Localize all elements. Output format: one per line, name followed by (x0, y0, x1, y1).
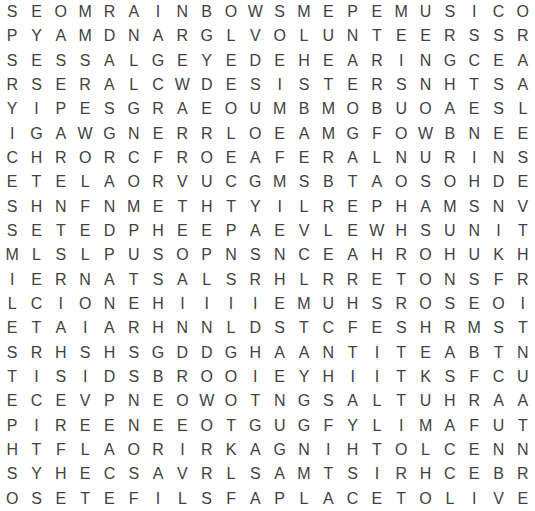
grid-cell[interactable]: S (340, 462, 364, 486)
grid-cell[interactable]: O (413, 243, 437, 267)
grid-cell[interactable]: I (268, 73, 292, 97)
grid-cell[interactable]: S (24, 487, 48, 511)
grid-cell[interactable]: S (195, 487, 219, 511)
grid-cell[interactable]: U (438, 219, 462, 243)
grid-cell[interactable]: A (340, 49, 364, 73)
grid-cell[interactable]: K (413, 365, 437, 389)
grid-cell[interactable]: R (97, 146, 121, 170)
grid-cell[interactable]: E (146, 414, 170, 438)
grid-cell[interactable]: E (486, 49, 510, 73)
grid-cell[interactable]: L (365, 146, 389, 170)
grid-cell[interactable]: R (365, 73, 389, 97)
grid-cell[interactable]: E (340, 73, 364, 97)
grid-cell[interactable]: B (486, 462, 510, 486)
grid-cell[interactable]: T (316, 73, 340, 97)
grid-cell[interactable]: N (170, 0, 194, 24)
grid-cell[interactable]: E (24, 0, 48, 24)
grid-cell[interactable]: U (413, 0, 437, 24)
grid-cell[interactable]: S (389, 73, 413, 97)
grid-cell[interactable]: Y (24, 462, 48, 486)
grid-cell[interactable]: A (292, 341, 316, 365)
grid-cell[interactable]: G (243, 414, 267, 438)
grid-cell[interactable]: P (122, 219, 146, 243)
grid-cell[interactable]: E (146, 195, 170, 219)
grid-cell[interactable]: F (49, 438, 73, 462)
grid-cell[interactable]: W (73, 122, 97, 146)
grid-cell[interactable]: Y (0, 97, 24, 121)
grid-cell[interactable]: U (486, 414, 510, 438)
grid-cell[interactable]: G (292, 389, 316, 413)
grid-cell[interactable]: U (268, 414, 292, 438)
grid-cell[interactable]: N (462, 219, 486, 243)
grid-cell[interactable]: O (340, 97, 364, 121)
grid-cell[interactable]: O (413, 268, 437, 292)
grid-cell[interactable]: T (389, 389, 413, 413)
grid-cell[interactable]: E (97, 487, 121, 511)
grid-cell[interactable]: H (316, 365, 340, 389)
grid-cell[interactable]: H (49, 341, 73, 365)
grid-cell[interactable]: I (146, 487, 170, 511)
grid-cell[interactable]: O (195, 365, 219, 389)
grid-cell[interactable]: S (0, 219, 24, 243)
grid-cell[interactable]: R (73, 73, 97, 97)
grid-cell[interactable]: A (243, 487, 267, 511)
grid-cell[interactable]: E (146, 122, 170, 146)
grid-cell[interactable]: S (316, 389, 340, 413)
grid-cell[interactable]: D (97, 365, 121, 389)
grid-cell[interactable]: O (195, 414, 219, 438)
grid-cell[interactable]: I (243, 365, 267, 389)
grid-cell[interactable]: M (316, 97, 340, 121)
grid-cell[interactable]: H (195, 195, 219, 219)
grid-cell[interactable]: R (195, 438, 219, 462)
grid-cell[interactable]: R (511, 24, 535, 48)
grid-cell[interactable]: O (486, 292, 510, 316)
grid-cell[interactable]: E (24, 49, 48, 73)
grid-cell[interactable]: L (292, 268, 316, 292)
grid-cell[interactable]: L (219, 122, 243, 146)
grid-cell[interactable]: R (195, 462, 219, 486)
grid-cell[interactable]: S (122, 365, 146, 389)
grid-cell[interactable]: E (97, 414, 121, 438)
grid-cell[interactable]: A (243, 146, 267, 170)
grid-cell[interactable]: R (49, 268, 73, 292)
grid-cell[interactable]: S (438, 365, 462, 389)
grid-cell[interactable]: R (49, 146, 73, 170)
grid-cell[interactable]: L (170, 487, 194, 511)
grid-cell[interactable]: E (316, 243, 340, 267)
grid-cell[interactable]: S (49, 49, 73, 73)
grid-cell[interactable]: L (511, 97, 535, 121)
grid-cell[interactable]: T (389, 341, 413, 365)
grid-cell[interactable]: N (122, 389, 146, 413)
grid-cell[interactable]: T (24, 170, 48, 194)
grid-cell[interactable]: L (122, 49, 146, 73)
grid-cell[interactable]: A (97, 49, 121, 73)
grid-cell[interactable]: E (316, 0, 340, 24)
grid-cell[interactable]: S (243, 243, 267, 267)
grid-cell[interactable]: T (389, 268, 413, 292)
grid-cell[interactable]: I (195, 292, 219, 316)
grid-cell[interactable]: A (268, 462, 292, 486)
grid-cell[interactable]: L (365, 414, 389, 438)
grid-cell[interactable]: R (389, 243, 413, 267)
grid-cell[interactable]: M (122, 195, 146, 219)
grid-cell[interactable]: O (170, 243, 194, 267)
grid-cell[interactable]: M (292, 0, 316, 24)
grid-cell[interactable]: R (462, 389, 486, 413)
grid-cell[interactable]: A (97, 268, 121, 292)
grid-cell[interactable]: H (462, 170, 486, 194)
grid-cell[interactable]: N (219, 243, 243, 267)
grid-cell[interactable]: E (268, 292, 292, 316)
grid-cell[interactable]: S (49, 365, 73, 389)
grid-cell[interactable]: N (413, 49, 437, 73)
grid-cell[interactable]: C (97, 462, 121, 486)
grid-cell[interactable]: H (511, 243, 535, 267)
grid-cell[interactable]: I (462, 0, 486, 24)
grid-cell[interactable]: S (438, 292, 462, 316)
grid-cell[interactable]: G (146, 49, 170, 73)
grid-cell[interactable]: L (438, 487, 462, 511)
grid-cell[interactable]: R (316, 195, 340, 219)
grid-cell[interactable]: E (73, 97, 97, 121)
grid-cell[interactable]: T (340, 341, 364, 365)
grid-cell[interactable]: U (389, 97, 413, 121)
grid-cell[interactable]: N (122, 24, 146, 48)
grid-cell[interactable]: N (73, 268, 97, 292)
grid-cell[interactable]: E (268, 122, 292, 146)
grid-cell[interactable]: R (170, 365, 194, 389)
grid-cell[interactable]: S (486, 73, 510, 97)
grid-cell[interactable]: P (195, 243, 219, 267)
grid-cell[interactable]: S (146, 268, 170, 292)
grid-cell[interactable]: H (438, 389, 462, 413)
grid-cell[interactable]: V (243, 24, 267, 48)
grid-cell[interactable]: C (486, 365, 510, 389)
grid-cell[interactable]: O (413, 292, 437, 316)
grid-cell[interactable]: C (0, 146, 24, 170)
grid-cell[interactable]: H (0, 438, 24, 462)
grid-cell[interactable]: E (170, 49, 194, 73)
grid-cell[interactable]: E (24, 219, 48, 243)
grid-cell[interactable]: F (365, 122, 389, 146)
grid-cell[interactable]: L (195, 268, 219, 292)
grid-cell[interactable]: H (49, 462, 73, 486)
grid-cell[interactable]: M (292, 292, 316, 316)
grid-cell[interactable]: T (511, 316, 535, 340)
grid-cell[interactable]: D (195, 73, 219, 97)
grid-cell[interactable]: T (170, 195, 194, 219)
grid-cell[interactable]: U (243, 97, 267, 121)
grid-cell[interactable]: W (413, 122, 437, 146)
grid-cell[interactable]: F (462, 414, 486, 438)
grid-cell[interactable]: E (195, 219, 219, 243)
grid-cell[interactable]: N (486, 438, 510, 462)
grid-cell[interactable]: I (73, 365, 97, 389)
grid-cell[interactable]: T (511, 414, 535, 438)
grid-cell[interactable]: Y (340, 414, 364, 438)
grid-cell[interactable]: T (219, 195, 243, 219)
grid-cell[interactable]: R (170, 24, 194, 48)
grid-cell[interactable]: T (49, 219, 73, 243)
grid-cell[interactable]: L (413, 438, 437, 462)
grid-cell[interactable]: A (438, 97, 462, 121)
grid-cell[interactable]: S (243, 73, 267, 97)
grid-cell[interactable]: I (0, 122, 24, 146)
grid-cell[interactable]: U (316, 24, 340, 48)
grid-cell[interactable]: L (73, 170, 97, 194)
grid-cell[interactable]: E (389, 24, 413, 48)
grid-cell[interactable]: I (486, 219, 510, 243)
grid-cell[interactable]: F (219, 487, 243, 511)
grid-cell[interactable]: A (170, 268, 194, 292)
grid-cell[interactable]: E (146, 389, 170, 413)
grid-cell[interactable]: E (511, 122, 535, 146)
grid-cell[interactable]: O (49, 0, 73, 24)
grid-cell[interactable]: M (73, 24, 97, 48)
grid-cell[interactable]: S (486, 316, 510, 340)
grid-cell[interactable]: A (49, 316, 73, 340)
grid-cell[interactable]: H (24, 195, 48, 219)
grid-cell[interactable]: O (219, 97, 243, 121)
grid-cell[interactable]: M (292, 462, 316, 486)
grid-cell[interactable]: D (97, 24, 121, 48)
grid-cell[interactable]: O (413, 487, 437, 511)
grid-cell[interactable]: O (0, 487, 24, 511)
grid-cell[interactable]: T (24, 316, 48, 340)
grid-cell[interactable]: H (340, 292, 364, 316)
grid-cell[interactable]: O (438, 170, 462, 194)
grid-cell[interactable]: T (73, 487, 97, 511)
grid-cell[interactable]: O (511, 0, 535, 24)
grid-cell[interactable]: L (292, 24, 316, 48)
grid-cell[interactable]: A (97, 438, 121, 462)
grid-cell[interactable]: E (413, 341, 437, 365)
grid-cell[interactable]: T (24, 438, 48, 462)
grid-cell[interactable]: P (268, 487, 292, 511)
grid-cell[interactable]: G (243, 170, 267, 194)
grid-cell[interactable]: R (170, 122, 194, 146)
grid-cell[interactable]: N (316, 341, 340, 365)
grid-cell[interactable]: I (316, 438, 340, 462)
grid-cell[interactable]: P (97, 389, 121, 413)
grid-cell[interactable]: C (340, 487, 364, 511)
grid-cell[interactable]: H (24, 146, 48, 170)
grid-cell[interactable]: L (365, 389, 389, 413)
grid-cell[interactable]: A (413, 195, 437, 219)
grid-cell[interactable]: P (97, 243, 121, 267)
grid-cell[interactable]: I (243, 292, 267, 316)
grid-cell[interactable]: S (462, 268, 486, 292)
grid-cell[interactable]: F (340, 316, 364, 340)
grid-cell[interactable]: I (389, 414, 413, 438)
grid-cell[interactable]: S (292, 73, 316, 97)
grid-cell[interactable]: O (122, 170, 146, 194)
grid-cell[interactable]: I (462, 146, 486, 170)
grid-cell[interactable]: F (122, 487, 146, 511)
grid-cell[interactable]: T (511, 219, 535, 243)
grid-cell[interactable]: E (219, 146, 243, 170)
grid-cell[interactable]: E (462, 292, 486, 316)
grid-cell[interactable]: E (170, 219, 194, 243)
grid-cell[interactable]: N (462, 122, 486, 146)
grid-cell[interactable]: M (438, 195, 462, 219)
grid-cell[interactable]: E (24, 268, 48, 292)
grid-cell[interactable]: P (0, 24, 24, 48)
grid-cell[interactable]: E (219, 73, 243, 97)
grid-cell[interactable]: E (365, 487, 389, 511)
grid-cell[interactable]: O (219, 389, 243, 413)
grid-cell[interactable]: H (438, 243, 462, 267)
grid-cell[interactable]: G (122, 97, 146, 121)
grid-cell[interactable]: I (365, 365, 389, 389)
grid-cell[interactable]: R (122, 316, 146, 340)
grid-cell[interactable]: O (195, 146, 219, 170)
grid-cell[interactable]: R (438, 146, 462, 170)
grid-cell[interactable]: R (340, 268, 364, 292)
grid-cell[interactable]: S (0, 341, 24, 365)
grid-cell[interactable]: W (365, 219, 389, 243)
grid-cell[interactable]: T (122, 268, 146, 292)
grid-cell[interactable]: B (438, 122, 462, 146)
grid-cell[interactable]: Y (292, 365, 316, 389)
grid-cell[interactable]: H (365, 243, 389, 267)
grid-cell[interactable]: I (24, 365, 48, 389)
grid-cell[interactable]: N (268, 243, 292, 267)
grid-cell[interactable]: G (340, 122, 364, 146)
grid-cell[interactable]: S (292, 170, 316, 194)
grid-cell[interactable]: M (389, 0, 413, 24)
grid-cell[interactable]: M (413, 414, 437, 438)
grid-cell[interactable]: O (389, 438, 413, 462)
grid-cell[interactable]: C (486, 0, 510, 24)
grid-cell[interactable]: I (365, 462, 389, 486)
grid-cell[interactable]: E (73, 462, 97, 486)
grid-cell[interactable]: E (413, 24, 437, 48)
grid-cell[interactable]: G (195, 24, 219, 48)
grid-cell[interactable]: M (0, 243, 24, 267)
grid-cell[interactable]: F (486, 268, 510, 292)
grid-cell[interactable]: S (0, 195, 24, 219)
grid-cell[interactable]: O (389, 170, 413, 194)
grid-cell[interactable]: A (97, 73, 121, 97)
grid-cell[interactable]: E (340, 195, 364, 219)
grid-cell[interactable]: C (292, 243, 316, 267)
grid-cell[interactable]: V (486, 487, 510, 511)
grid-cell[interactable]: A (316, 487, 340, 511)
grid-cell[interactable]: W (170, 73, 194, 97)
grid-cell[interactable]: L (219, 316, 243, 340)
grid-cell[interactable]: A (486, 389, 510, 413)
grid-cell[interactable]: E (73, 219, 97, 243)
grid-cell[interactable]: F (462, 365, 486, 389)
grid-cell[interactable]: S (73, 341, 97, 365)
grid-cell[interactable]: O (268, 24, 292, 48)
grid-cell[interactable]: S (486, 24, 510, 48)
grid-cell[interactable]: S (511, 146, 535, 170)
grid-cell[interactable]: E (511, 170, 535, 194)
grid-cell[interactable]: P (0, 414, 24, 438)
grid-cell[interactable]: H (389, 219, 413, 243)
grid-cell[interactable]: I (146, 0, 170, 24)
grid-cell[interactable]: H (146, 316, 170, 340)
grid-cell[interactable]: M (73, 0, 97, 24)
grid-cell[interactable]: I (268, 195, 292, 219)
grid-cell[interactable]: H (389, 195, 413, 219)
grid-cell[interactable]: G (219, 341, 243, 365)
grid-cell[interactable]: L (292, 487, 316, 511)
grid-cell[interactable]: T (389, 365, 413, 389)
grid-cell[interactable]: T (462, 73, 486, 97)
grid-cell[interactable]: O (73, 292, 97, 316)
grid-cell[interactable]: N (340, 24, 364, 48)
grid-cell[interactable]: L (219, 462, 243, 486)
grid-cell[interactable]: S (268, 316, 292, 340)
grid-cell[interactable]: S (0, 0, 24, 24)
grid-cell[interactable]: T (389, 487, 413, 511)
grid-cell[interactable]: H (268, 268, 292, 292)
grid-cell[interactable]: C (146, 73, 170, 97)
grid-cell[interactable]: I (365, 341, 389, 365)
grid-cell[interactable]: F (268, 146, 292, 170)
grid-cell[interactable]: I (340, 365, 364, 389)
grid-cell[interactable]: D (170, 341, 194, 365)
grid-cell[interactable]: N (97, 292, 121, 316)
grid-cell[interactable]: E (462, 97, 486, 121)
grid-cell[interactable]: S (413, 170, 437, 194)
grid-cell[interactable]: E (365, 268, 389, 292)
grid-cell[interactable]: A (49, 122, 73, 146)
grid-cell[interactable]: I (49, 292, 73, 316)
grid-cell[interactable]: E (316, 49, 340, 73)
grid-cell[interactable]: C (438, 438, 462, 462)
grid-cell[interactable]: G (292, 414, 316, 438)
grid-cell[interactable]: W (195, 389, 219, 413)
grid-cell[interactable]: G (268, 438, 292, 462)
grid-cell[interactable]: E (49, 487, 73, 511)
grid-cell[interactable]: A (122, 0, 146, 24)
grid-cell[interactable]: S (24, 73, 48, 97)
grid-cell[interactable]: N (438, 268, 462, 292)
grid-cell[interactable]: K (219, 438, 243, 462)
grid-cell[interactable]: L (219, 24, 243, 48)
grid-cell[interactable]: S (413, 219, 437, 243)
grid-cell[interactable]: G (438, 49, 462, 73)
grid-cell[interactable]: U (122, 243, 146, 267)
grid-cell[interactable]: H (97, 341, 121, 365)
grid-cell[interactable]: S (97, 97, 121, 121)
grid-cell[interactable]: C (24, 389, 48, 413)
grid-cell[interactable]: A (146, 462, 170, 486)
grid-cell[interactable]: E (0, 170, 24, 194)
grid-cell[interactable]: V (73, 389, 97, 413)
grid-cell[interactable]: U (413, 389, 437, 413)
grid-cell[interactable]: S (389, 316, 413, 340)
grid-cell[interactable]: E (511, 487, 535, 511)
grid-cell[interactable]: A (97, 170, 121, 194)
grid-cell[interactable]: O (219, 365, 243, 389)
grid-cell[interactable]: E (365, 0, 389, 24)
grid-cell[interactable]: R (170, 146, 194, 170)
grid-cell[interactable]: U (316, 292, 340, 316)
grid-cell[interactable]: N (170, 316, 194, 340)
grid-cell[interactable]: R (195, 122, 219, 146)
grid-cell[interactable]: I (0, 268, 24, 292)
grid-cell[interactable]: V (292, 219, 316, 243)
grid-cell[interactable]: N (511, 438, 535, 462)
grid-cell[interactable]: C (438, 462, 462, 486)
